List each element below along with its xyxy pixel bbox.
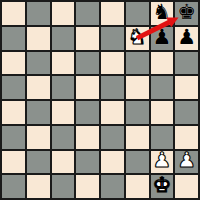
square-e8[interactable] <box>101 2 124 25</box>
square-g6[interactable] <box>151 52 174 75</box>
square-g7[interactable]: ♟ <box>151 27 174 50</box>
square-c7[interactable] <box>52 27 75 50</box>
square-d5[interactable] <box>76 76 99 99</box>
square-g3[interactable] <box>151 126 174 149</box>
square-f2[interactable] <box>126 151 149 174</box>
square-g4[interactable] <box>151 101 174 124</box>
square-b6[interactable] <box>27 52 50 75</box>
square-g5[interactable] <box>151 76 174 99</box>
square-d4[interactable] <box>76 101 99 124</box>
square-b7[interactable] <box>27 27 50 50</box>
square-h2[interactable]: ♟ <box>175 151 198 174</box>
square-a4[interactable] <box>2 101 25 124</box>
square-b4[interactable] <box>27 101 50 124</box>
square-h4[interactable] <box>175 101 198 124</box>
square-a7[interactable] <box>2 27 25 50</box>
square-a1[interactable] <box>2 175 25 198</box>
square-d1[interactable] <box>76 175 99 198</box>
square-f6[interactable] <box>126 52 149 75</box>
square-d6[interactable] <box>76 52 99 75</box>
board: ♞♚♞♟♟♟♟♚ <box>0 0 200 200</box>
square-b2[interactable] <box>27 151 50 174</box>
square-e7[interactable] <box>101 27 124 50</box>
square-c2[interactable] <box>52 151 75 174</box>
square-c1[interactable] <box>52 175 75 198</box>
piece-white-king[interactable]: ♚ <box>152 175 171 196</box>
piece-black-king[interactable]: ♚ <box>177 2 196 23</box>
square-f4[interactable] <box>126 101 149 124</box>
square-b3[interactable] <box>27 126 50 149</box>
square-e3[interactable] <box>101 126 124 149</box>
square-h3[interactable] <box>175 126 198 149</box>
square-d7[interactable] <box>76 27 99 50</box>
piece-white-knight[interactable]: ♞ <box>128 27 147 48</box>
square-a5[interactable] <box>2 76 25 99</box>
square-b1[interactable] <box>27 175 50 198</box>
square-e5[interactable] <box>101 76 124 99</box>
square-a8[interactable] <box>2 2 25 25</box>
piece-black-pawn[interactable]: ♟ <box>152 27 171 48</box>
square-c8[interactable] <box>52 2 75 25</box>
square-d2[interactable] <box>76 151 99 174</box>
square-h6[interactable] <box>175 52 198 75</box>
square-f1[interactable] <box>126 175 149 198</box>
square-f3[interactable] <box>126 126 149 149</box>
square-a6[interactable] <box>2 52 25 75</box>
piece-white-pawn[interactable]: ♟ <box>177 150 196 171</box>
square-a3[interactable] <box>2 126 25 149</box>
square-g1[interactable]: ♚ <box>151 175 174 198</box>
chess-app: ♞♚♞♟♟♟♟♚ <box>0 0 200 200</box>
square-e4[interactable] <box>101 101 124 124</box>
square-f8[interactable] <box>126 2 149 25</box>
square-b5[interactable] <box>27 76 50 99</box>
square-c4[interactable] <box>52 101 75 124</box>
square-g8[interactable]: ♞ <box>151 2 174 25</box>
square-e2[interactable] <box>101 151 124 174</box>
square-f5[interactable] <box>126 76 149 99</box>
square-c3[interactable] <box>52 126 75 149</box>
square-c5[interactable] <box>52 76 75 99</box>
square-d3[interactable] <box>76 126 99 149</box>
square-h8[interactable]: ♚ <box>175 2 198 25</box>
piece-black-knight[interactable]: ♞ <box>152 2 171 23</box>
square-h5[interactable] <box>175 76 198 99</box>
square-a2[interactable] <box>2 151 25 174</box>
square-b8[interactable] <box>27 2 50 25</box>
square-c6[interactable] <box>52 52 75 75</box>
piece-black-pawn[interactable]: ♟ <box>177 27 196 48</box>
square-e6[interactable] <box>101 52 124 75</box>
square-e1[interactable] <box>101 175 124 198</box>
square-f7[interactable]: ♞ <box>126 27 149 50</box>
square-g2[interactable]: ♟ <box>151 151 174 174</box>
square-h7[interactable]: ♟ <box>175 27 198 50</box>
piece-white-pawn[interactable]: ♟ <box>152 150 171 171</box>
square-h1[interactable] <box>175 175 198 198</box>
square-d8[interactable] <box>76 2 99 25</box>
